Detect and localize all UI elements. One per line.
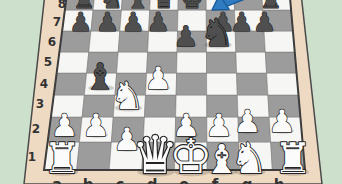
square-h4 — [267, 73, 299, 95]
square-e4 — [176, 73, 207, 95]
piece-white-r-h1: ♜ — [274, 134, 312, 183]
piece-black-p-c7: ♟ — [122, 7, 145, 37]
square-f4 — [207, 73, 238, 95]
rank-label-1: 1 — [28, 150, 36, 164]
rank-label-8: 8 — [58, 0, 66, 11]
rank-label-4: 4 — [40, 77, 48, 91]
piece-white-n-c3: ♞ — [110, 74, 144, 118]
piece-white-p-d4: ♟ — [144, 60, 172, 96]
piece-black-p-e6: ♟ — [173, 20, 198, 53]
rank-label-6: 6 — [48, 35, 56, 49]
piece-white-r-a1: ♜ — [43, 134, 81, 183]
chessboard-scene: 87654321abcdefgh♜♞♝♛♚♜♟♟♟♟♟♟♟♟♞♝♟♞♟♟♟♟♟♟… — [0, 0, 342, 184]
piece-black-n-f6: ♞ — [200, 11, 234, 55]
square-g5 — [236, 52, 267, 73]
piece-black-p-d7: ♟ — [146, 7, 169, 37]
piece-black-p-b7: ♟ — [96, 7, 119, 37]
square-b1 — [77, 142, 112, 170]
square-e5 — [177, 52, 207, 73]
file-label-c: c — [116, 176, 125, 184]
chess-illustration: 87654321abcdefgh♜♞♝♛♚♜♟♟♟♟♟♟♟♟♞♝♟♞♟♟♟♟♟♟… — [0, 0, 342, 184]
piece-white-p-b2: ♟ — [82, 107, 110, 143]
square-f5 — [206, 52, 236, 73]
square-g4 — [237, 73, 268, 95]
square-c5 — [117, 52, 148, 73]
square-h5 — [265, 52, 296, 73]
rank-label-7: 7 — [53, 15, 61, 29]
piece-white-n-g1: ♞ — [230, 134, 268, 183]
piece-black-p-h7: ♟ — [253, 7, 276, 37]
piece-black-p-a7: ♟ — [69, 7, 92, 37]
square-a4 — [54, 73, 87, 95]
rank-label-2: 2 — [32, 122, 40, 136]
file-label-b: b — [83, 176, 94, 184]
rank-label-3: 3 — [36, 97, 44, 111]
rank-label-5: 5 — [44, 55, 52, 69]
